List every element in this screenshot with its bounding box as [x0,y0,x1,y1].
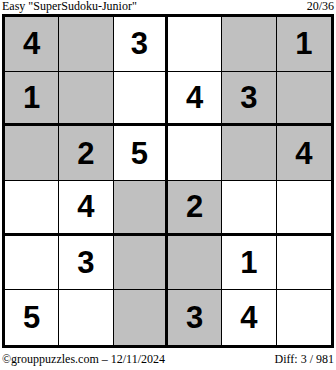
cell-r4c4: 2 [168,181,222,236]
copyright-date: ©grouppuzzles.com – 12/11/2024 [2,352,165,366]
cell-r4c3[interactable] [114,181,168,236]
cell-r5c4[interactable] [168,236,222,291]
page-footer: ©grouppuzzles.com – 12/11/2024 Diff: 3 /… [2,351,334,367]
cell-r1c6: 1 [277,17,331,72]
cell-r6c6[interactable] [277,290,331,345]
cells-remaining-counter: 20/36 [307,0,334,13]
cell-r2c6[interactable] [277,72,331,127]
cell-r5c6[interactable] [277,236,331,291]
cell-r6c5: 4 [222,290,276,345]
cell-r2c5: 3 [222,72,276,127]
cell-r3c4[interactable] [168,126,222,181]
cell-r3c1[interactable] [5,126,59,181]
cell-r6c4: 3 [168,290,222,345]
cell-r2c1: 1 [5,72,59,127]
difficulty-label: Diff: 3 / 981 [275,352,334,366]
cell-r6c2[interactable] [59,290,113,345]
cell-r1c5[interactable] [222,17,276,72]
cell-r6c1: 5 [5,290,59,345]
cell-r4c1[interactable] [5,181,59,236]
cell-r3c2: 2 [59,126,113,181]
cell-r4c6[interactable] [277,181,331,236]
cell-r2c2[interactable] [59,72,113,127]
page-header: Easy "SuperSudoku-Junior" 20/36 [2,0,334,13]
cell-r5c5: 1 [222,236,276,291]
cell-r1c3: 3 [114,17,168,72]
cell-r2c3[interactable] [114,72,168,127]
cell-r5c3[interactable] [114,236,168,291]
cell-r1c1: 4 [5,17,59,72]
cell-r3c5[interactable] [222,126,276,181]
cell-r5c2: 3 [59,236,113,291]
cell-r3c6: 4 [277,126,331,181]
cell-r2c4: 4 [168,72,222,127]
puzzle-title: Easy "SuperSudoku-Junior" [2,0,137,13]
cell-r5c1[interactable] [5,236,59,291]
sudoku-grid: 4311432544231534 [2,14,334,348]
cell-r1c4[interactable] [168,17,222,72]
cell-r6c3[interactable] [114,290,168,345]
cell-r4c2: 4 [59,181,113,236]
cell-r3c3: 5 [114,126,168,181]
cell-r1c2[interactable] [59,17,113,72]
cell-r4c5[interactable] [222,181,276,236]
